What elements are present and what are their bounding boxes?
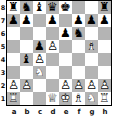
square-h4[interactable] [98,53,111,66]
piece-black-pawn: ♟ [33,40,46,53]
piece-white-pawn: ♟♙ [7,79,20,92]
piece-white-pawn: ♟♙ [98,79,111,92]
square-f5[interactable] [72,40,85,53]
piece-outline: ♙ [34,53,45,66]
square-c8[interactable]: ♝ [33,1,46,14]
square-b5[interactable] [20,40,33,53]
file-label-f: f [73,107,86,117]
square-c1[interactable] [33,92,46,105]
piece-outline: ♘ [86,92,97,105]
piece-black-pawn: ♟ [7,14,20,27]
piece-black-knight: ♞ [72,27,85,40]
square-g7[interactable]: ♟ [85,14,98,27]
square-g3[interactable] [85,66,98,79]
square-f3[interactable] [72,66,85,79]
square-g2[interactable]: ♟♙ [85,79,98,92]
square-b2[interactable]: ♟♙ [20,79,33,92]
square-a4[interactable] [7,53,20,66]
square-e1[interactable]: ♚♔ [59,92,72,105]
file-label-c: c [34,107,47,117]
square-e7[interactable] [59,14,72,27]
square-h3[interactable] [98,66,111,79]
square-a3[interactable] [7,66,20,79]
square-c7[interactable] [33,14,46,27]
piece-black-pawn: ♟ [98,14,111,27]
square-c6[interactable] [33,27,46,40]
square-b7[interactable]: ♟ [20,14,33,27]
square-g5[interactable]: ♝♗ [85,40,98,53]
square-c5[interactable]: ♟ [33,40,46,53]
piece-white-bishop: ♝♗ [85,40,98,53]
piece-outline: ♙ [21,79,32,92]
piece-white-pawn: ♟♙ [85,79,98,92]
square-d1[interactable]: ♛♕ [46,92,59,105]
piece-outline: ♙ [99,79,110,92]
square-a2[interactable]: ♟♙ [7,79,20,92]
piece-black-king: ♚ [59,1,72,14]
piece-black-queen: ♛ [46,1,59,14]
piece-black-pawn: ♟ [46,14,59,27]
piece-white-pawn: ♟♙ [59,79,72,92]
square-d2[interactable] [46,79,59,92]
piece-black-knight: ♞ [20,1,33,14]
file-label-b: b [21,107,34,117]
square-g8[interactable] [85,1,98,14]
square-a1[interactable]: ♜♖ [7,92,20,105]
piece-black-pawn: ♟ [20,14,33,27]
square-b1[interactable] [20,92,33,105]
piece-white-pawn: ♟♙ [46,40,59,53]
square-a8[interactable]: ♜ [7,1,20,14]
piece-outline: ♙ [60,79,71,92]
file-label-e: e [60,107,73,117]
piece-black-pawn: ♟ [59,27,72,40]
piece-white-king: ♚♔ [59,92,72,105]
piece-outline: ♗ [86,40,97,53]
chess-board: ♜♞♝♛♚♜♟♟♟♟♟♟♟♞♟♟♙♝♗♝♟♙♞♘♟♙♟♙♟♙♟♙♟♙♟♙♜♖♛♕… [6,0,112,106]
piece-white-rook: ♜♖ [98,92,111,105]
piece-white-bishop: ♝♗ [72,92,85,105]
piece-outline: ♙ [8,79,19,92]
file-label-a: a [8,107,21,117]
square-b4[interactable]: ♝ [20,53,33,66]
square-c4[interactable]: ♟♙ [33,53,46,66]
chess-diagram: 87654321 ♜♞♝♛♚♜♟♟♟♟♟♟♟♞♟♟♙♝♗♝♟♙♞♘♟♙♟♙♟♙♟… [0,0,118,118]
square-e2[interactable]: ♟♙ [59,79,72,92]
piece-white-pawn: ♟♙ [72,79,85,92]
square-h8[interactable]: ♜ [98,1,111,14]
square-h2[interactable]: ♟♙ [98,79,111,92]
square-e4[interactable] [59,53,72,66]
piece-outline: ♕ [47,92,58,105]
square-a5[interactable] [7,40,20,53]
file-label-g: g [86,107,99,117]
square-e6[interactable]: ♟ [59,27,72,40]
piece-white-knight: ♞♘ [33,66,46,79]
piece-white-pawn: ♟♙ [20,79,33,92]
file-label-h: h [99,107,112,117]
file-labels: abcdefgh [8,107,112,117]
square-b3[interactable] [20,66,33,79]
square-d5[interactable]: ♟♙ [46,40,59,53]
square-d3[interactable] [46,66,59,79]
piece-black-bishop: ♝ [33,1,46,14]
square-f6[interactable]: ♞ [72,27,85,40]
square-f1[interactable]: ♝♗ [72,92,85,105]
piece-black-pawn: ♟ [72,14,85,27]
piece-white-pawn: ♟♙ [33,53,46,66]
piece-outline: ♙ [47,40,58,53]
piece-white-knight: ♞♘ [85,92,98,105]
square-b8[interactable]: ♞ [20,1,33,14]
piece-black-rook: ♜ [98,1,111,14]
square-d4[interactable] [46,53,59,66]
piece-black-pawn: ♟ [85,14,98,27]
piece-black-bishop: ♝ [20,53,33,66]
piece-outline: ♗ [73,92,84,105]
square-h6[interactable] [98,27,111,40]
piece-white-rook: ♜♖ [7,92,20,105]
file-label-d: d [47,107,60,117]
square-f4[interactable] [72,53,85,66]
piece-outline: ♔ [60,92,71,105]
square-h5[interactable] [98,40,111,53]
square-g4[interactable] [85,53,98,66]
piece-outline: ♙ [73,79,84,92]
square-f8[interactable] [72,1,85,14]
piece-outline: ♙ [86,79,97,92]
piece-black-rook: ♜ [7,1,20,14]
piece-outline: ♘ [34,66,45,79]
square-a7[interactable]: ♟ [7,14,20,27]
square-f2[interactable]: ♟♙ [72,79,85,92]
square-c2[interactable] [33,79,46,92]
square-a6[interactable] [7,27,20,40]
square-e5[interactable] [59,40,72,53]
square-d6[interactable] [46,27,59,40]
piece-outline: ♖ [8,92,19,105]
square-e3[interactable] [59,66,72,79]
square-d8[interactable]: ♛ [46,1,59,14]
square-d7[interactable]: ♟ [46,14,59,27]
square-g6[interactable] [85,27,98,40]
square-f7[interactable]: ♟ [72,14,85,27]
square-h1[interactable]: ♜♖ [98,92,111,105]
square-e8[interactable]: ♚ [59,1,72,14]
square-b6[interactable] [20,27,33,40]
square-h7[interactable]: ♟ [98,14,111,27]
piece-outline: ♖ [99,92,110,105]
square-g1[interactable]: ♞♘ [85,92,98,105]
piece-white-queen: ♛♕ [46,92,59,105]
square-c3[interactable]: ♞♘ [33,66,46,79]
